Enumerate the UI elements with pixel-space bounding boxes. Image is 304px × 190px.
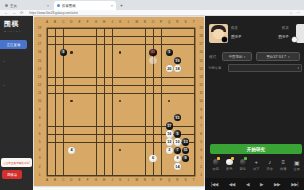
replay-tooltip-text: 点击可查看原棋谱变化! [3,161,30,165]
tool-棋谱[interactable]: ≡棋谱 [277,158,291,176]
ghost-stone-O15 [149,57,156,64]
board-area: ABCDEFGHJKLMNOPQRST ABCDEFGHJKLMNOPQRST … [33,16,205,190]
stone-dark-badge-icon [239,158,247,166]
black-player-name: 弈友 [231,26,238,30]
stone-white-Q4: 2 [166,147,173,154]
chevron-down-icon: ▾ [297,66,299,70]
coordinate-label: 11 [197,89,205,97]
move-number: 14 [175,165,179,169]
stone-white-Q6: 16 [166,130,173,137]
move-number: 21 [151,50,155,54]
move-number: 3 [62,50,64,54]
star-point-icon [168,100,170,102]
replay-tooltip: 点击可查看原棋谱变化! [1,158,32,167]
favicon-icon [5,4,8,7]
fullscreen-icon: ▣ [293,158,301,166]
playback-first-button[interactable]: |◀◀ [211,182,218,187]
kifu-list-icon: ≡ [279,158,287,166]
komi-dropdown-button[interactable]: 黑贴3又3/4子 ▾ [256,52,300,61]
live-broadcast-button[interactable]: 正在直播 [0,40,27,49]
move-number: 7 [176,148,178,152]
playback-bar: |◀◀◀◀◀▶▶▶▶▶| [205,178,304,190]
game-info-select[interactable]: ▾ [228,64,302,72]
tool-label: 全屏 [294,167,300,171]
tab-title: 主页 [10,4,45,8]
chevron-down-icon: ▾ [244,55,246,59]
move-number: 17 [167,124,171,128]
stone-black-S5: 13 [182,138,189,145]
app-window: 主页 × 弈客围棋 × + ← → ⟳ https://www.like28.g… [0,0,304,190]
coordinate-label: 13 [197,73,205,81]
stone-white-Q5: 12 [166,138,173,145]
stone-black-C16: 3 [60,49,67,56]
move-number: 18 [175,67,179,71]
favicon-icon [57,4,60,7]
coordinate-label: 8 [197,114,205,122]
tool-label: 研究 [213,167,219,171]
tool-badge-icon [231,157,234,160]
white-player-name: 弈友 [282,26,289,30]
tool-badge-icon [244,157,247,160]
move-number: 11 [184,148,188,152]
sidebar-item[interactable]: • [3,60,4,64]
mode-label: 模式 [209,55,216,59]
browser-tab-strip: 主页 × 弈客围棋 × + [0,0,304,10]
playback-forward-10-button[interactable]: ▶▶ [274,182,280,187]
move-number: 12 [167,140,171,144]
stones-layer: 123456789101112131415161718192021 [43,24,198,179]
game-info-panel: 弈友 胜8子 弈友 胜8子 模式 中国规则 ▾ 黑贴3又3/4子 ▾ 对局信息 … [205,16,304,190]
stone-black-R15: 19 [174,57,181,64]
playback-back-1-button[interactable]: ◀ [246,182,249,187]
move-number: 9 [185,156,187,160]
move-number: 5 [176,132,178,136]
go-board[interactable]: ABCDEFGHJKLMNOPQRST ABCDEFGHJKLMNOPQRST … [34,17,204,186]
black-player-result: 胜8子 [231,34,242,39]
tool-label: 变化 [240,167,246,171]
coordinate-label: 12 [197,81,205,89]
close-tab-icon[interactable]: × [111,3,113,8]
star-point-icon [119,149,121,151]
coordinate-label: 9 [197,105,205,113]
move-number: 15 [175,116,179,120]
coordinate-label: 5 [197,138,205,146]
playback-forward-1-button[interactable]: ▶ [260,182,263,187]
browser-tab-1[interactable]: 主页 × [2,1,52,10]
stone-lite-badge-icon [225,158,233,166]
stone-white-R14: 18 [174,65,181,72]
back-icon[interactable]: ← [4,10,8,15]
original-kifu-button[interactable]: 原棋谱 [2,170,22,179]
stone-black-O16: 21 [149,49,156,56]
board-row-labels-right: 19181716151413121110987654321 [197,24,205,179]
tool-label: 形势 [226,167,232,171]
stone-white-R2: 14 [174,163,181,170]
coordinate-label: 19 [197,24,205,32]
sidebar-item[interactable]: • [3,84,4,88]
stone-white-Q14: 20 [166,65,173,72]
star-point-icon [119,51,121,53]
star-point-icon [119,100,121,102]
coordinate-label: 17 [197,40,205,48]
move-number: 6 [152,156,154,160]
start-study-button[interactable]: 开始研究 [210,144,302,154]
tab-title: 弈客围棋 [62,4,109,8]
move-number: 10 [175,140,179,144]
move-number: 20 [167,67,171,71]
stone-black-S3: 9 [182,155,189,162]
tool-label: 棋谱 [280,167,286,171]
white-player-result: 胜8子 [278,34,289,39]
reload-icon[interactable]: ⟳ [20,10,23,15]
playback-back-10-button[interactable]: ◀◀ [229,182,235,187]
star-point-icon [70,100,72,102]
white-stone-badge-icon [292,37,297,42]
coordinate-label: 1 [197,171,205,179]
sidebar: 围棋 GALAXY 正在直播 •• 点击可查看原棋谱变化! 原棋谱 [0,16,33,190]
move-number: 4 [70,148,72,152]
coordinate-label: 10 [197,97,205,105]
stone-white-R5: 10 [174,138,181,145]
stone-black-R8: 15 [174,114,181,121]
sound-icon: ♪ [266,158,274,166]
coordinate-label: 2 [197,163,205,171]
stone-dark-badge-icon [212,158,220,166]
browser-menu-icon[interactable]: ⋯ [296,11,300,15]
try-move-icon: + [252,158,260,166]
tool-声音[interactable]: ♪声音 [263,158,277,176]
coordinate-label: 16 [197,48,205,56]
rule-dropdown-label: 中国规则 [229,55,243,59]
move-number: 16 [167,132,171,136]
tool-label: 试下 [253,167,259,171]
tool-全屏[interactable]: ▣全屏 [290,158,304,176]
stone-black-R6: 5 [174,130,181,137]
coordinate-label: 7 [197,122,205,130]
board-grid[interactable]: 123456789101112131415161718192021 [47,28,195,176]
bookmark-star-icon[interactable]: ☆ [289,11,292,15]
black-stone-badge-icon [222,37,227,42]
coordinate-label: 6 [197,130,205,138]
address-bar[interactable]: https://www.like28.galaxy.com/artist [29,11,289,15]
move-number: 2 [168,148,170,152]
browser-tab-2-active[interactable]: 弈客围棋 × [54,1,116,10]
stone-white-R3: 8 [174,155,181,162]
white-player-avatar[interactable] [296,24,304,43]
coordinate-label: 4 [197,146,205,154]
stone-black-R4: 7 [174,147,181,154]
rule-dropdown-button[interactable]: 中国规则 ▾ [222,52,252,61]
forward-icon[interactable]: → [12,10,16,15]
move-number: 8 [176,156,178,160]
tool-变化[interactable]: 变化 [236,158,250,176]
tool-badge-icon [217,157,220,160]
stone-black-Q16: 1 [166,49,173,56]
star-point-icon [70,51,72,53]
site-logo: 围棋 [4,19,33,29]
move-number: 1 [168,50,170,54]
stone-black-Q7: 17 [166,122,173,129]
tools-toolbar: 研究形势变化+试下♪声音≡棋谱▣全屏 [209,158,304,176]
stone-white-O3: 6 [149,155,156,162]
stone-black-S4: 11 [182,147,189,154]
move-number: 13 [184,140,188,144]
tool-试下[interactable]: +试下 [250,158,264,176]
close-tab-icon[interactable]: × [47,3,49,8]
playback-last-button[interactable]: ▶▶| [291,182,298,187]
tool-label: 声音 [267,167,273,171]
coordinate-label: 18 [197,32,205,40]
tool-形势[interactable]: 形势 [223,158,237,176]
stone-white-D4: 4 [68,147,75,154]
site-logo-subtext: GALAXY [4,30,33,33]
new-tab-button[interactable]: + [120,2,123,8]
coordinate-label: 15 [197,57,205,65]
komi-dropdown-label: 黑贴3又3/4子 [266,55,286,59]
move-number: 19 [175,59,179,63]
coordinate-label: 14 [197,65,205,73]
tool-研究[interactable]: 研究 [209,158,223,176]
chevron-down-icon: ▾ [288,55,290,59]
coordinate-label: 3 [197,154,205,162]
game-info-label: 对局信息 [208,66,221,70]
